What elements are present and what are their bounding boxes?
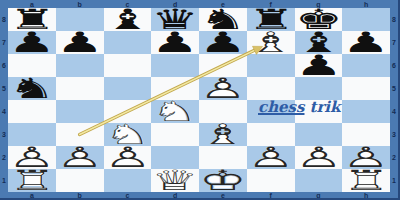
rank-label-5: 5: [390, 77, 398, 100]
piece-outline: ♖: [321, 169, 400, 192]
white-pawn[interactable]: ♟♙: [321, 146, 400, 169]
file-label-b: b: [56, 0, 104, 8]
file-label-a: a: [8, 0, 56, 8]
square-h5[interactable]: [342, 77, 390, 100]
square-h7[interactable]: ♟: [342, 31, 390, 54]
file-label-h: h: [342, 0, 390, 8]
square-b4[interactable]: [56, 100, 104, 123]
rank-label-3: 3: [390, 123, 398, 146]
chess-board-stage: abcdefgh abcdefgh 87654321 87654321 ♜♝♛♞…: [0, 0, 400, 200]
square-c3[interactable]: ♞♘: [104, 123, 152, 146]
file-label-f: f: [247, 192, 295, 199]
square-b7[interactable]: ♟: [56, 31, 104, 54]
square-f3[interactable]: [247, 123, 295, 146]
file-labels-top: abcdefgh: [8, 0, 390, 8]
square-b1[interactable]: [56, 169, 104, 192]
piece-fill: ♟: [321, 146, 400, 169]
rank-label-8: 8: [390, 8, 398, 31]
file-label-d: d: [151, 192, 199, 199]
square-c5[interactable]: [104, 77, 152, 100]
file-label-e: e: [199, 192, 247, 199]
square-a8[interactable]: ♜: [8, 8, 56, 31]
square-e3[interactable]: ♝♗: [199, 123, 247, 146]
file-label-h: h: [342, 192, 390, 199]
square-g3[interactable]: [295, 123, 343, 146]
file-label-e: e: [199, 0, 247, 8]
square-a6[interactable]: [8, 54, 56, 77]
file-label-g: g: [295, 192, 343, 199]
square-h8[interactable]: [342, 8, 390, 31]
file-label-g: g: [295, 0, 343, 8]
square-d4[interactable]: ♞♘: [151, 100, 199, 123]
piece-fill: ♜: [321, 169, 400, 192]
square-g8[interactable]: ♚: [295, 8, 343, 31]
square-e5[interactable]: ♟♙: [199, 77, 247, 100]
square-h2[interactable]: ♟♙: [342, 146, 390, 169]
square-c2[interactable]: ♟♙: [104, 146, 152, 169]
square-f5[interactable]: [247, 77, 295, 100]
watermark-word-2: trik: [309, 98, 340, 116]
square-b5[interactable]: [56, 77, 104, 100]
square-f1[interactable]: [247, 169, 295, 192]
file-labels-bottom: abcdefgh: [8, 192, 390, 198]
rank-label-6: 6: [390, 54, 398, 77]
rank-label-4: 4: [0, 100, 8, 123]
square-h6[interactable]: [342, 54, 390, 77]
piece-fill: ♟: [321, 31, 400, 54]
file-label-c: c: [104, 192, 152, 199]
rank-label-6: 6: [0, 54, 8, 77]
square-g6[interactable]: ♟: [295, 54, 343, 77]
piece-outline: ♙: [321, 146, 400, 169]
square-a4[interactable]: [8, 100, 56, 123]
square-h1[interactable]: ♜♖: [342, 169, 390, 192]
square-c6[interactable]: [104, 54, 152, 77]
square-a1[interactable]: ♜♖: [8, 169, 56, 192]
square-b6[interactable]: [56, 54, 104, 77]
watermark-logo: chess trik: [258, 98, 398, 118]
square-a3[interactable]: [8, 123, 56, 146]
square-a5[interactable]: ♞: [8, 77, 56, 100]
square-e6[interactable]: [199, 54, 247, 77]
black-pawn[interactable]: ♟: [321, 31, 400, 54]
rank-label-3: 3: [0, 123, 8, 146]
file-label-b: b: [56, 192, 104, 199]
square-g5[interactable]: [295, 77, 343, 100]
square-e1[interactable]: ♚♔: [199, 169, 247, 192]
square-e4[interactable]: [199, 100, 247, 123]
square-h3[interactable]: [342, 123, 390, 146]
square-d6[interactable]: [151, 54, 199, 77]
white-rook[interactable]: ♜♖: [321, 169, 400, 192]
file-label-f: f: [247, 0, 295, 8]
file-label-c: c: [104, 0, 152, 8]
file-label-d: d: [151, 0, 199, 8]
file-label-a: a: [8, 192, 56, 199]
square-d2[interactable]: [151, 146, 199, 169]
watermark-word-1: chess: [258, 98, 304, 116]
